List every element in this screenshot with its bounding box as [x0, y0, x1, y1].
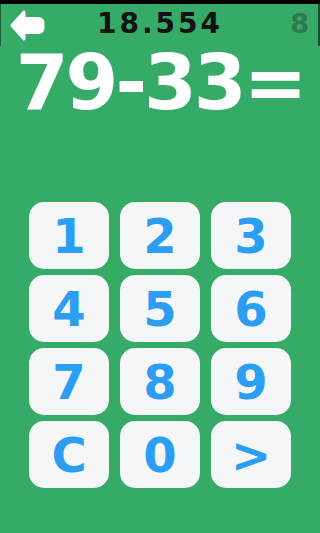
- score-value: 8: [290, 8, 309, 39]
- keypad-6[interactable]: 6: [211, 275, 291, 342]
- timer-value: 18.554: [0, 7, 320, 40]
- keypad: 1 2 3 4 5 6 7 8 9 C 0 >: [29, 202, 291, 488]
- problem-equation: 79-33=: [0, 40, 320, 124]
- app-screen: 18.554 8 79-33= 1 2 3 4 5 6 7 8 9 C 0 >: [0, 0, 320, 533]
- keypad-submit[interactable]: >: [211, 421, 291, 488]
- status-bar: [0, 0, 320, 4]
- keypad-8[interactable]: 8: [120, 348, 200, 415]
- keypad-1[interactable]: 1: [29, 202, 109, 269]
- keypad-4[interactable]: 4: [29, 275, 109, 342]
- keypad-2[interactable]: 2: [120, 202, 200, 269]
- keypad-7[interactable]: 7: [29, 348, 109, 415]
- keypad-9[interactable]: 9: [211, 348, 291, 415]
- keypad-0[interactable]: 0: [120, 421, 200, 488]
- keypad-5[interactable]: 5: [120, 275, 200, 342]
- keypad-3[interactable]: 3: [211, 202, 291, 269]
- keypad-clear[interactable]: C: [29, 421, 109, 488]
